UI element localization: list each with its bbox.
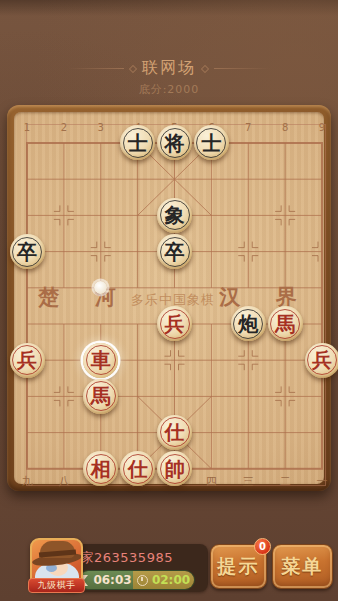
piece-black-卒[interactable]: 卒 xyxy=(10,234,45,269)
piece-glyph: 兵 xyxy=(312,350,332,370)
room-base-score: 底分:2000 xyxy=(0,82,338,97)
piece-glyph: 兵 xyxy=(17,350,37,370)
player-avatar[interactable]: 九级棋手 xyxy=(30,538,83,591)
piece-glyph: 相 xyxy=(91,459,111,479)
decor-diamond-left xyxy=(129,64,137,72)
piece-glyph: 卒 xyxy=(17,242,37,262)
piece-glyph: 象 xyxy=(165,205,185,225)
piece-red-仕[interactable]: 仕 xyxy=(120,451,155,486)
clock-icon xyxy=(137,575,148,586)
piece-glyph: 士 xyxy=(201,133,221,153)
piece-black-将[interactable]: 将 xyxy=(157,125,192,160)
piece-glyph: 兵 xyxy=(165,314,185,334)
xiangqi-board[interactable]: 123456789 九八七六五四三二一 楚 河 多乐中国象棋 汉 界 士将士象卒… xyxy=(7,105,331,491)
piece-red-馬[interactable]: 馬 xyxy=(268,306,303,341)
piece-glyph: 将 xyxy=(165,133,185,153)
room-title: 联网场 xyxy=(142,58,196,79)
piece-red-兵[interactable]: 兵 xyxy=(305,343,338,378)
piece-red-馬[interactable]: 馬 xyxy=(83,379,118,414)
hint-count-badge: 0 xyxy=(254,538,271,555)
piece-red-兵[interactable]: 兵 xyxy=(10,343,45,378)
piece-red-相[interactable]: 相 xyxy=(83,451,118,486)
piece-glyph: 仕 xyxy=(128,459,148,479)
decor-line-right xyxy=(214,68,270,69)
timer-total-value: 06:03 xyxy=(93,573,131,587)
piece-glyph: 炮 xyxy=(238,314,258,334)
piece-red-兵[interactable]: 兵 xyxy=(157,306,192,341)
piece-black-炮[interactable]: 炮 xyxy=(231,306,266,341)
piece-glyph: 帥 xyxy=(165,459,185,479)
timer-move-value: 02:00 xyxy=(152,573,190,587)
decor-diamond-right xyxy=(201,64,209,72)
room-title-row: 联网场 xyxy=(0,58,338,79)
piece-glyph: 馬 xyxy=(91,386,111,406)
header: 联网场 底分:2000 xyxy=(0,58,338,97)
piece-glyph: 士 xyxy=(128,133,148,153)
board-surface: 123456789 九八七六五四三二一 楚 河 多乐中国象棋 汉 界 士将士象卒… xyxy=(14,112,324,484)
xiangqi-app-screen: 联网场 底分:2000 123456789 九八七六五四三二一 楚 河 多乐中国… xyxy=(0,0,338,601)
piece-black-象[interactable]: 象 xyxy=(157,198,192,233)
player-rank-banner: 九级棋手 xyxy=(28,578,85,593)
piece-red-車[interactable]: 車 xyxy=(83,343,118,378)
timer-total: 06:03 xyxy=(79,571,133,589)
piece-black-士[interactable]: 士 xyxy=(120,125,155,160)
decor-line-left xyxy=(68,68,124,69)
piece-black-卒[interactable]: 卒 xyxy=(157,234,192,269)
hint-button-label: 提示 xyxy=(218,555,260,577)
piece-red-帥[interactable]: 帥 xyxy=(157,451,192,486)
piece-glyph: 車 xyxy=(91,350,111,370)
timer-bar: 06:03 02:00 xyxy=(78,570,195,590)
piece-glyph: 馬 xyxy=(275,314,295,334)
piece-glyph: 卒 xyxy=(165,242,185,262)
piece-glyph: 仕 xyxy=(165,422,185,442)
piece-red-仕[interactable]: 仕 xyxy=(157,415,192,450)
piece-black-士[interactable]: 士 xyxy=(194,125,229,160)
piece-layer: 士将士象卒卒兵炮馬兵車兵馬仕相仕帥 xyxy=(9,125,338,487)
menu-button-label: 菜单 xyxy=(282,555,324,577)
hint-button[interactable]: 提示 0 xyxy=(210,544,267,589)
timer-move: 02:00 xyxy=(133,571,194,589)
menu-button[interactable]: 菜单 xyxy=(272,544,333,589)
